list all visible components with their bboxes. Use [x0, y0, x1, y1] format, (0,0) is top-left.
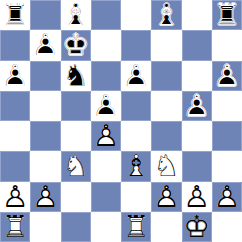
square-h5[interactable] [212, 91, 242, 121]
square-g8[interactable] [182, 0, 212, 30]
square-e7[interactable] [121, 30, 151, 60]
square-b6[interactable] [30, 61, 60, 91]
square-e4[interactable] [121, 121, 151, 151]
square-c7[interactable]: ♚♔ [61, 30, 91, 60]
square-c4[interactable] [61, 121, 91, 151]
pawn-glyph-outline: ♙ [0, 182, 30, 212]
square-d2[interactable] [91, 182, 121, 212]
piece-black-pawn[interactable]: ♟♙ [30, 30, 60, 60]
square-f7[interactable] [151, 30, 181, 60]
square-e8[interactable] [121, 0, 151, 30]
piece-black-bishop[interactable]: ♝♗ [151, 0, 181, 30]
square-h7[interactable] [212, 30, 242, 60]
square-a8[interactable]: ♜♖ [0, 0, 30, 30]
square-g3[interactable] [182, 151, 212, 181]
square-d4[interactable]: ♟♙ [91, 121, 121, 151]
pawn-glyph-outline: ♙ [30, 30, 60, 60]
knight-glyph-outline: ♘ [61, 61, 91, 91]
pawn-glyph-outline: ♙ [30, 182, 60, 212]
piece-black-pawn[interactable]: ♟♙ [121, 61, 151, 91]
square-a6[interactable]: ♟♙ [0, 61, 30, 91]
piece-white-pawn[interactable]: ♟♙ [182, 182, 212, 212]
square-c2[interactable] [61, 182, 91, 212]
square-c3[interactable]: ♞♘ [61, 151, 91, 181]
knight-glyph-outline: ♘ [151, 151, 181, 181]
piece-white-knight[interactable]: ♞♘ [61, 151, 91, 181]
piece-black-rook[interactable]: ♜♖ [0, 0, 30, 30]
king-glyph-outline: ♔ [61, 30, 91, 60]
square-g6[interactable] [182, 61, 212, 91]
piece-white-rook[interactable]: ♜♖ [0, 212, 30, 242]
square-a2[interactable]: ♟♙ [0, 182, 30, 212]
square-g2[interactable]: ♟♙ [182, 182, 212, 212]
square-f8[interactable]: ♝♗ [151, 0, 181, 30]
piece-white-pawn[interactable]: ♟♙ [91, 121, 121, 151]
square-h8[interactable]: ♜♖ [212, 0, 242, 30]
square-b7[interactable]: ♟♙ [30, 30, 60, 60]
square-f3[interactable]: ♞♘ [151, 151, 181, 181]
square-f5[interactable] [151, 91, 181, 121]
square-d7[interactable] [91, 30, 121, 60]
square-b8[interactable] [30, 0, 60, 30]
square-a4[interactable] [0, 121, 30, 151]
square-f1[interactable] [151, 212, 181, 242]
pawn-glyph-outline: ♙ [91, 91, 121, 121]
square-h6[interactable]: ♟♙ [212, 61, 242, 91]
square-g1[interactable]: ♚♔ [182, 212, 212, 242]
square-f2[interactable]: ♟♙ [151, 182, 181, 212]
square-d6[interactable] [91, 61, 121, 91]
piece-black-king[interactable]: ♚♔ [61, 30, 91, 60]
chess-board: ♜♖♝♗♝♗♜♖♟♙♚♔♟♙♞♘♟♙♟♙♟♙♟♙♟♙♞♘♝♗♞♘♟♙♟♙♟♙♟♙… [0, 0, 242, 242]
square-g4[interactable] [182, 121, 212, 151]
square-h3[interactable] [212, 151, 242, 181]
piece-white-king[interactable]: ♚♔ [182, 212, 212, 242]
square-b1[interactable] [30, 212, 60, 242]
piece-white-pawn[interactable]: ♟♙ [212, 182, 242, 212]
square-f6[interactable] [151, 61, 181, 91]
rook-glyph-outline: ♖ [0, 0, 30, 30]
piece-white-pawn[interactable]: ♟♙ [151, 182, 181, 212]
square-b4[interactable] [30, 121, 60, 151]
pawn-glyph-outline: ♙ [182, 91, 212, 121]
square-f4[interactable] [151, 121, 181, 151]
bishop-glyph-outline: ♗ [121, 151, 151, 181]
square-a5[interactable] [0, 91, 30, 121]
piece-black-pawn[interactable]: ♟♙ [0, 61, 30, 91]
square-e1[interactable]: ♜♖ [121, 212, 151, 242]
piece-white-rook[interactable]: ♜♖ [121, 212, 151, 242]
bishop-glyph-outline: ♗ [151, 0, 181, 30]
square-h4[interactable] [212, 121, 242, 151]
square-c1[interactable] [61, 212, 91, 242]
pawn-glyph-outline: ♙ [182, 182, 212, 212]
rook-glyph-outline: ♖ [212, 0, 242, 30]
square-d8[interactable] [91, 0, 121, 30]
square-c8[interactable]: ♝♗ [61, 0, 91, 30]
square-e5[interactable] [121, 91, 151, 121]
rook-glyph-outline: ♖ [121, 212, 151, 242]
square-a7[interactable] [0, 30, 30, 60]
pawn-glyph-outline: ♙ [151, 182, 181, 212]
square-c6[interactable]: ♞♘ [61, 61, 91, 91]
square-d3[interactable] [91, 151, 121, 181]
piece-black-pawn[interactable]: ♟♙ [91, 91, 121, 121]
square-d5[interactable]: ♟♙ [91, 91, 121, 121]
square-b5[interactable] [30, 91, 60, 121]
piece-white-knight[interactable]: ♞♘ [151, 151, 181, 181]
square-b3[interactable] [30, 151, 60, 181]
square-b2[interactable]: ♟♙ [30, 182, 60, 212]
piece-black-bishop[interactable]: ♝♗ [61, 0, 91, 30]
square-g5[interactable]: ♟♙ [182, 91, 212, 121]
square-a3[interactable] [0, 151, 30, 181]
piece-black-pawn[interactable]: ♟♙ [212, 61, 242, 91]
piece-white-pawn[interactable]: ♟♙ [0, 182, 30, 212]
square-a1[interactable]: ♜♖ [0, 212, 30, 242]
square-e6[interactable]: ♟♙ [121, 61, 151, 91]
rook-glyph-outline: ♖ [0, 212, 30, 242]
square-d1[interactable] [91, 212, 121, 242]
knight-glyph-outline: ♘ [61, 151, 91, 181]
pawn-glyph-outline: ♙ [121, 61, 151, 91]
piece-white-pawn[interactable]: ♟♙ [30, 182, 60, 212]
piece-white-bishop[interactable]: ♝♗ [121, 151, 151, 181]
square-g7[interactable] [182, 30, 212, 60]
piece-black-rook[interactable]: ♜♖ [212, 0, 242, 30]
square-h1[interactable] [212, 212, 242, 242]
pawn-glyph-outline: ♙ [212, 182, 242, 212]
pawn-glyph-outline: ♙ [212, 61, 242, 91]
piece-black-pawn[interactable]: ♟♙ [182, 91, 212, 121]
piece-black-knight[interactable]: ♞♘ [61, 61, 91, 91]
square-e3[interactable]: ♝♗ [121, 151, 151, 181]
pawn-glyph-outline: ♙ [0, 61, 30, 91]
square-c5[interactable] [61, 91, 91, 121]
square-e2[interactable] [121, 182, 151, 212]
pawn-glyph-outline: ♙ [91, 121, 121, 151]
king-glyph-outline: ♔ [182, 212, 212, 242]
square-h2[interactable]: ♟♙ [212, 182, 242, 212]
bishop-glyph-outline: ♗ [61, 0, 91, 30]
